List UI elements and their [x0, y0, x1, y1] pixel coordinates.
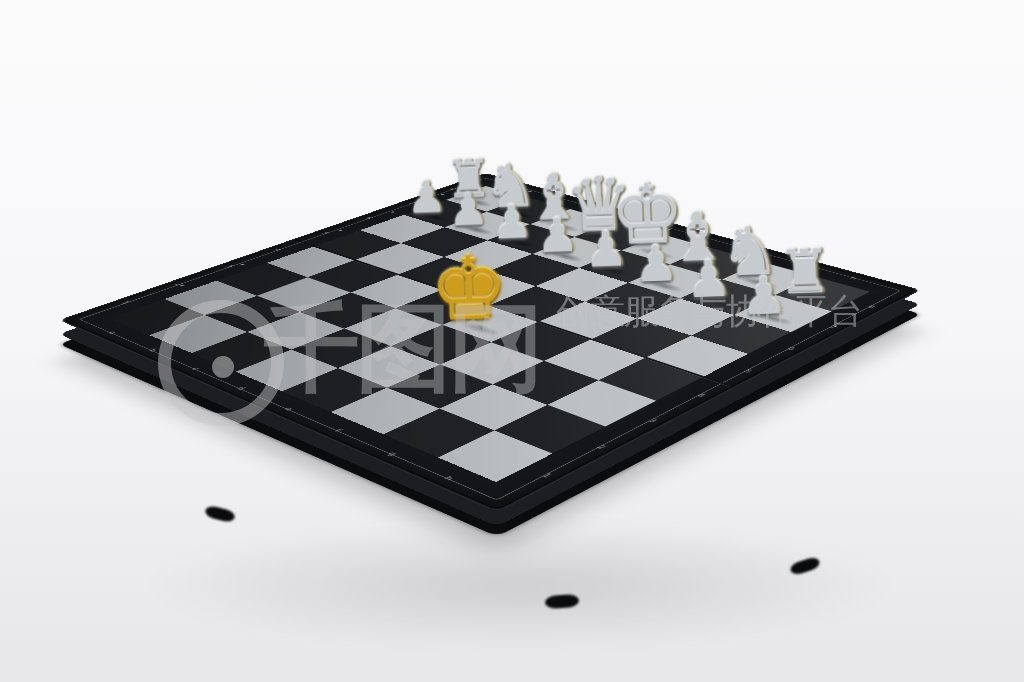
rim-file-label-g: g	[794, 262, 804, 266]
silver-queen-d8: ♛	[564, 166, 634, 244]
square-h8: ♜	[775, 276, 870, 311]
square-e8: ♚	[621, 234, 710, 265]
square-h5	[646, 335, 749, 376]
silver-pawn-b7: ♟	[448, 187, 490, 233]
silver-pawn-d7: ♟	[536, 212, 580, 260]
silver-bishop-c8: ♝	[524, 166, 583, 231]
piece-contact-shadow	[456, 196, 497, 209]
square-c8: ♝	[530, 209, 615, 237]
square-a3	[217, 263, 308, 296]
rim-file-label-e: e	[692, 234, 701, 237]
silver-bishop-f8: ♝	[666, 202, 729, 271]
piece-contact-shadow	[585, 233, 631, 247]
square-g4	[543, 339, 646, 380]
square-e6	[536, 268, 629, 302]
hinge-rivet-dot	[527, 191, 532, 193]
square-h4	[598, 357, 703, 400]
square-b6	[401, 227, 488, 257]
hinge-rivet-dot	[666, 229, 671, 231]
square-f6	[585, 283, 680, 318]
rim-file-label-a: a	[514, 186, 523, 189]
rim-rank-label-3: 3	[646, 418, 658, 423]
rim-file-label-g: g	[386, 451, 399, 457]
rim-rank-label-8: 8	[448, 188, 457, 191]
rim-file-label-b: b	[555, 197, 564, 200]
square-b5	[355, 243, 444, 274]
frame-pinstripe	[79, 178, 902, 501]
silver-rook-h8: ♜	[777, 240, 833, 302]
rim-rank-label-6: 6	[364, 216, 373, 219]
square-a7: ♟	[404, 200, 487, 227]
silver-pawn-g7: ♟	[686, 254, 733, 306]
square-d2	[291, 328, 391, 368]
studio-photo-scene: ♜♞♝♛♚♝♞♜♟♟♟♟♟♟♟♟♚ 88aa77bb66cc55dd44ee33…	[0, 0, 1024, 682]
rim-file-label-e: e	[282, 406, 294, 411]
square-h2	[494, 405, 605, 454]
silver-knight-g8: ♞	[719, 218, 781, 287]
piece-contact-shadow	[681, 260, 730, 276]
frame-marks: 88aa77bb66cc55dd44ee33ff22gg11hh	[485, 173, 921, 290]
piece-contact-shadow	[497, 208, 540, 221]
square-f3	[441, 342, 544, 384]
square-g2	[439, 384, 547, 430]
silver-rook-a8: ♜	[444, 152, 492, 205]
board-surface: ♜♞♝♛♚♝♞♜♟♟♟♟♟♟♟♟♚	[110, 186, 870, 482]
square-g6	[637, 298, 734, 335]
square-e4: ♚	[442, 305, 539, 342]
square-h7: ♟	[734, 295, 831, 332]
square-b2	[205, 296, 300, 332]
square-c6	[444, 240, 533, 271]
square-e2	[338, 346, 441, 388]
rim-rank-label-6: 6	[785, 347, 796, 352]
piece-contact-shadow	[455, 223, 498, 237]
square-c4	[350, 274, 443, 308]
watermark-logo-dot	[212, 356, 234, 378]
rim-rank-label-5: 5	[320, 232, 329, 235]
square-c1	[191, 332, 291, 372]
square-f2	[387, 364, 492, 408]
square-b1	[150, 315, 247, 353]
square-h6	[691, 315, 791, 354]
piece-contact-shadow	[787, 290, 839, 307]
square-h1	[438, 430, 553, 482]
piece-contact-shadow	[414, 211, 456, 224]
silver-pawn-e7: ♟	[584, 225, 629, 275]
square-b3	[257, 277, 350, 311]
piece-contact-shadow	[498, 236, 543, 250]
square-c3	[300, 292, 395, 328]
piece-contact-shadow	[733, 274, 784, 290]
square-c7: ♟	[488, 224, 575, 253]
square-e7: ♟	[579, 251, 670, 283]
silver-pawn-h7: ♟	[740, 269, 788, 322]
hinge-rivet-dot	[440, 194, 445, 196]
square-d8: ♛	[574, 221, 661, 250]
square-f7: ♟	[629, 265, 722, 299]
square-d5	[443, 271, 536, 305]
rim-rank-label-3: 3	[224, 265, 234, 269]
square-e3	[391, 325, 491, 364]
hinge-rivet-dot	[390, 211, 395, 213]
rim-rank-label-7: 7	[827, 325, 837, 329]
rim-file-label-f: f	[333, 428, 343, 433]
square-g8: ♞	[721, 262, 814, 295]
square-c5	[398, 257, 489, 289]
hinge-rivet-dot	[754, 253, 759, 255]
square-g7: ♟	[680, 280, 775, 315]
silver-king-e8: ♚	[608, 172, 685, 257]
rim-file-label-c: c	[599, 209, 607, 212]
silver-pawn-c7: ♟	[491, 199, 534, 246]
square-g1	[383, 408, 494, 457]
silver-knight-b8: ♞	[482, 156, 538, 218]
watermark-brand-text: 千图网	[264, 300, 540, 396]
square-e1	[282, 368, 387, 412]
rim-rank-label-7: 7	[407, 202, 416, 205]
square-a2	[165, 281, 258, 315]
silver-pawn-f7: ♟	[633, 239, 679, 290]
square-d4	[395, 289, 490, 325]
square-f8: ♝	[670, 248, 761, 280]
rim-rank-label-1: 1	[540, 473, 553, 479]
board-face: ♜♞♝♛♚♝♞♜♟♟♟♟♟♟♟♟♚ 88aa77bb66cc55dd44ee33…	[59, 173, 921, 513]
watermark-logo-ring	[158, 300, 284, 426]
square-b4	[308, 260, 399, 293]
board-grid: ♜♞♝♛♚♝♞♜♟♟♟♟♟♟♟♟♚	[110, 186, 870, 482]
piece-contact-shadow	[746, 309, 799, 327]
rim-file-label-c: c	[190, 367, 201, 371]
rim-file-label-h: h	[442, 475, 455, 481]
hinge-rivet-dot	[179, 285, 184, 287]
square-d1	[236, 349, 339, 391]
square-a8: ♜	[446, 186, 527, 212]
square-d7: ♟	[533, 237, 622, 268]
square-a4	[267, 246, 356, 277]
square-f4	[491, 322, 591, 361]
piece-contact-shadow	[591, 263, 639, 279]
rim-rank-label-4: 4	[273, 248, 283, 251]
piece-contact-shadow	[543, 249, 589, 264]
square-g3	[493, 361, 598, 405]
hinge-rivet-dot	[240, 264, 245, 266]
piece-contact-shadow	[640, 278, 689, 294]
piece-contact-shadow	[454, 319, 504, 337]
hinge-rivet-dot	[591, 208, 596, 210]
hinge-rivet-dot	[338, 229, 343, 231]
ground-shadow	[140, 520, 900, 650]
square-b8: ♞	[487, 197, 570, 224]
rim-rank-label-2: 2	[595, 445, 607, 451]
gold-king-e4: ♚	[428, 244, 509, 334]
rim-rank-label-8: 8	[866, 305, 876, 309]
rim-file-label-b: b	[147, 348, 158, 352]
square-f5	[539, 302, 636, 339]
rim-file-label-d: d	[235, 386, 247, 391]
rim-file-label-d: d	[644, 221, 653, 224]
rim-rank-label-4: 4	[695, 393, 706, 398]
chess-board: ♜♞♝♛♚♝♞♜♟♟♟♟♟♟♟♟♚ 88aa77bb66cc55dd44ee33…	[185, 0, 795, 610]
rim-rank-label-5: 5	[742, 369, 753, 374]
square-c2	[247, 312, 344, 350]
rim-rank-label-2: 2	[173, 282, 183, 286]
fold-seam	[294, 240, 732, 387]
square-d3	[344, 308, 441, 346]
square-d6	[489, 254, 580, 286]
rim-rank-label-1: 1	[119, 301, 130, 305]
piece-contact-shadow	[632, 246, 679, 261]
square-g5	[591, 318, 691, 357]
square-a6	[360, 215, 445, 243]
watermark-tagline: 创意服务与协作平台	[556, 294, 862, 329]
square-e5	[490, 286, 585, 322]
rim-file-label-f: f	[742, 248, 749, 251]
lighting-overlay	[110, 186, 870, 482]
square-a5	[315, 230, 402, 260]
square-f1	[331, 388, 439, 434]
silver-pawn-a7: ♟	[406, 175, 447, 220]
square-a1	[110, 299, 205, 335]
square-h3	[548, 380, 656, 426]
piece-contact-shadow	[540, 220, 584, 234]
piece-contact-shadow	[692, 293, 743, 310]
square-b7: ♟	[445, 212, 530, 240]
rim-file-label-h: h	[848, 276, 858, 280]
rim-file-label-a: a	[107, 331, 118, 335]
